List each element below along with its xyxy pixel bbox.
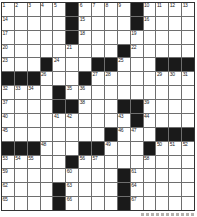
black-cell-r6c7 [79, 72, 91, 85]
cell-r3c14[interactable] [169, 31, 181, 44]
cell-r14c4[interactable] [41, 183, 53, 196]
cell-r3c12[interactable] [144, 31, 156, 44]
cell-r9c8[interactable] [92, 114, 104, 127]
cell-r2c10[interactable] [118, 17, 130, 30]
cell-r7c6[interactable]: 35 [66, 86, 78, 99]
clue-number-33: 33 [15, 86, 20, 91]
clue-number-60: 60 [67, 169, 72, 174]
cell-r7c12[interactable] [144, 86, 156, 99]
black-cell-r5c4 [41, 58, 53, 71]
cell-r15c13[interactable] [156, 197, 168, 210]
cell-r4c12[interactable] [144, 45, 156, 58]
cell-r13c11[interactable]: 61 [131, 169, 143, 182]
cell-r9c14[interactable] [169, 114, 181, 127]
black-cell-r6c2 [15, 72, 27, 85]
cell-r1c1[interactable]: 1 [2, 3, 14, 16]
clue-number-63: 63 [67, 183, 72, 188]
clue-number-49: 49 [105, 142, 110, 147]
clue-number-10: 10 [144, 3, 149, 8]
cell-r11c6[interactable] [66, 142, 78, 155]
clue-number-24: 24 [54, 58, 59, 63]
cell-r15c11[interactable]: 67 [131, 197, 143, 210]
clue-number-52: 52 [183, 142, 188, 147]
cell-r11c13[interactable]: 50 [156, 142, 168, 155]
black-cell-r14c10 [118, 183, 130, 196]
cell-r12c11[interactable] [131, 156, 143, 169]
cell-r3c15[interactable] [182, 31, 194, 44]
black-cell-r1c6 [66, 3, 78, 16]
cell-r7c2[interactable]: 33 [15, 86, 27, 99]
cell-r6c13[interactable]: 29 [156, 72, 168, 85]
cell-r10c11[interactable]: 47 [131, 128, 143, 141]
black-cell-r12c6 [66, 156, 78, 169]
clue-number-48: 48 [41, 142, 46, 147]
clue-number-50: 50 [157, 142, 162, 147]
cell-r3c9[interactable] [105, 31, 117, 44]
black-cell-r5c8 [92, 58, 104, 71]
cell-r12c12[interactable]: 58 [144, 156, 156, 169]
cell-r9c9[interactable] [105, 114, 117, 127]
black-cell-r8c11 [131, 100, 143, 113]
cell-r1c4[interactable]: 4 [41, 3, 53, 16]
cell-r14c13[interactable] [156, 183, 168, 196]
cell-r12c10[interactable] [118, 156, 130, 169]
cell-r15c9[interactable] [105, 197, 117, 210]
cell-r8c4[interactable] [41, 100, 53, 113]
cell-r14c12[interactable] [144, 183, 156, 196]
cell-r1c12[interactable]: 10 [144, 3, 156, 16]
black-cell-r15c5 [53, 197, 65, 210]
cell-r3c2[interactable] [15, 31, 27, 44]
cell-r12c8[interactable]: 57 [92, 156, 104, 169]
cell-r2c7[interactable]: 15 [79, 17, 91, 30]
cell-r2c15[interactable] [182, 17, 194, 30]
clue-number-64: 64 [131, 183, 136, 188]
cell-r7c11[interactable] [131, 86, 143, 99]
clue-number-14: 14 [3, 17, 8, 22]
clue-number-57: 57 [93, 156, 98, 161]
cell-r13c12[interactable] [144, 169, 156, 182]
cell-r14c7[interactable] [79, 183, 91, 196]
cell-r1c9[interactable]: 8 [105, 3, 117, 16]
clue-number-27: 27 [93, 72, 98, 77]
cell-r11c14[interactable]: 51 [169, 142, 181, 155]
cell-r15c8[interactable] [92, 197, 104, 210]
cell-r15c7[interactable] [79, 197, 91, 210]
cell-r15c6[interactable]: 66 [66, 197, 78, 210]
clue-number-37: 37 [3, 100, 8, 105]
cell-r7c8[interactable] [92, 86, 104, 99]
cell-r5c6[interactable] [66, 58, 78, 71]
cell-r1c14[interactable]: 12 [169, 3, 181, 16]
clue-number-5: 5 [54, 3, 56, 8]
cell-r4c8[interactable] [92, 45, 104, 58]
cell-r13c13[interactable] [156, 169, 168, 182]
black-cell-r2c6 [66, 17, 78, 30]
cell-r5c10[interactable]: 25 [118, 58, 130, 71]
clue-number-6: 6 [80, 3, 82, 8]
cell-r5c7[interactable] [79, 58, 91, 71]
clue-number-18: 18 [80, 31, 85, 36]
cell-r4c9[interactable] [105, 45, 117, 58]
cell-r7c1[interactable]: 32 [2, 86, 14, 99]
cell-r10c12[interactable] [144, 128, 156, 141]
clue-number-65: 65 [3, 197, 8, 202]
clue-number-22: 22 [131, 45, 136, 50]
cell-r15c3[interactable] [28, 197, 40, 210]
clue-number-3: 3 [28, 3, 30, 8]
black-cell-r10c13 [156, 128, 168, 141]
cell-r6c9[interactable]: 28 [105, 72, 117, 85]
cell-r8c2[interactable] [15, 100, 27, 113]
cell-r15c14[interactable] [169, 197, 181, 210]
black-cell-r5c9 [105, 58, 117, 71]
black-cell-r11c12 [144, 142, 156, 155]
cell-r6c6[interactable] [66, 72, 78, 85]
clue-number-19: 19 [131, 31, 136, 36]
cell-r12c7[interactable]: 56 [79, 156, 91, 169]
black-cell-r4c10 [118, 45, 130, 58]
clue-number-8: 8 [105, 3, 107, 8]
cell-r1c15[interactable]: 13 [182, 3, 194, 16]
cell-r7c9[interactable] [105, 86, 117, 99]
cell-r8c3[interactable] [28, 100, 40, 113]
cell-r9c4[interactable] [41, 114, 53, 127]
clue-number-13: 13 [183, 3, 188, 8]
cell-r11c5[interactable] [53, 142, 65, 155]
clue-number-9: 9 [118, 3, 120, 8]
cell-r4c13[interactable] [156, 45, 168, 58]
clue-number-17: 17 [3, 31, 8, 36]
cell-r13c2[interactable] [15, 169, 27, 182]
cell-r8c7[interactable]: 38 [79, 100, 91, 113]
cell-r14c1[interactable]: 62 [2, 183, 14, 196]
black-cell-r5c13 [156, 58, 168, 71]
black-cell-r10c15 [182, 128, 194, 141]
black-cell-r7c5 [53, 86, 65, 99]
black-cell-r8c6 [66, 100, 78, 113]
black-cell-r1c11 [131, 3, 143, 16]
cell-r12c9[interactable] [105, 156, 117, 169]
cell-r15c1[interactable]: 65 [2, 197, 14, 210]
cell-r1c13[interactable]: 11 [156, 3, 168, 16]
clue-number-12: 12 [170, 3, 175, 8]
black-cell-r2c11 [131, 17, 143, 30]
cell-r8c14[interactable] [169, 100, 181, 113]
cell-r14c11[interactable]: 64 [131, 183, 143, 196]
cell-r9c2[interactable] [15, 114, 27, 127]
clue-number-54: 54 [15, 156, 20, 161]
cell-r14c14[interactable] [169, 183, 181, 196]
cell-r4c4[interactable] [41, 45, 53, 58]
cell-r3c5[interactable] [53, 31, 65, 44]
cell-r14c2[interactable] [15, 183, 27, 196]
cell-r15c15[interactable] [182, 197, 194, 210]
black-cell-r10c14 [169, 128, 181, 141]
clue-number-15: 15 [80, 17, 85, 22]
cell-r6c8[interactable]: 27 [92, 72, 104, 85]
cell-r6c10[interactable] [118, 72, 130, 85]
cell-r2c2[interactable] [15, 17, 27, 30]
clue-number-16: 16 [144, 17, 149, 22]
cell-r13c1[interactable]: 59 [2, 169, 14, 182]
cell-r15c12[interactable] [144, 197, 156, 210]
cell-r11c9[interactable]: 49 [105, 142, 117, 155]
clue-number-35: 35 [67, 86, 72, 91]
cell-r10c7[interactable] [79, 128, 91, 141]
cell-r9c15[interactable] [182, 114, 194, 127]
clue-number-20: 20 [3, 45, 8, 50]
cell-r15c4[interactable] [41, 197, 53, 210]
black-cell-r8c5 [53, 100, 65, 113]
clue-number-42: 42 [67, 114, 72, 119]
cell-r8c13[interactable] [156, 100, 168, 113]
cell-r12c2[interactable]: 54 [15, 156, 27, 169]
clue-number-38: 38 [80, 100, 85, 105]
cell-r10c4[interactable] [41, 128, 53, 141]
cell-r6c12[interactable] [144, 72, 156, 85]
clue-number-1: 1 [3, 3, 5, 8]
clue-number-28: 28 [105, 72, 110, 77]
cell-r2c14[interactable] [169, 17, 181, 30]
clue-number-21: 21 [67, 45, 72, 50]
clue-number-40: 40 [3, 114, 8, 119]
cell-r7c14[interactable] [169, 86, 181, 99]
clue-number-51: 51 [170, 142, 175, 147]
black-cell-r3c6 [66, 31, 78, 44]
cell-r5c1[interactable]: 23 [2, 58, 14, 71]
cell-r11c10[interactable] [118, 142, 130, 155]
cell-r5c5[interactable]: 24 [53, 58, 65, 71]
black-cell-r10c9 [105, 128, 117, 141]
clue-number-59: 59 [3, 169, 8, 174]
black-cell-r6c3 [28, 72, 40, 85]
cell-r14c9[interactable] [105, 183, 117, 196]
clue-number-39: 39 [144, 100, 149, 105]
cell-r8c9[interactable] [105, 100, 117, 113]
cell-r4c3[interactable] [28, 45, 40, 58]
clue-number-36: 36 [80, 86, 85, 91]
cell-r5c11[interactable] [131, 58, 143, 71]
cell-r13c15[interactable] [182, 169, 194, 182]
cell-r12c5[interactable] [53, 156, 65, 169]
cell-r7c15[interactable] [182, 86, 194, 99]
cell-r1c8[interactable]: 7 [92, 3, 104, 16]
clue-number-32: 32 [3, 86, 8, 91]
clue-number-34: 34 [28, 86, 33, 91]
cell-r14c8[interactable] [92, 183, 104, 196]
cell-r3c8[interactable] [92, 31, 104, 44]
cell-r13c5[interactable] [53, 169, 65, 182]
black-cell-r5c14 [169, 58, 181, 71]
cell-r12c15[interactable] [182, 156, 194, 169]
cell-r9c7[interactable] [79, 114, 91, 127]
cell-r9c6[interactable]: 42 [66, 114, 78, 127]
cell-r3c13[interactable] [156, 31, 168, 44]
clue-number-7: 7 [93, 3, 95, 8]
clue-number-4: 4 [41, 3, 43, 8]
cell-r1c7[interactable]: 6 [79, 3, 91, 16]
clue-number-26: 26 [41, 72, 46, 77]
cell-r10c8[interactable] [92, 128, 104, 141]
cell-r9c1[interactable]: 40 [2, 114, 14, 127]
black-cell-r11c3 [28, 142, 40, 155]
cell-r11c15[interactable]: 52 [182, 142, 194, 155]
cell-r2c9[interactable] [105, 17, 117, 30]
cell-r10c6[interactable] [66, 128, 78, 141]
cell-r10c5[interactable] [53, 128, 65, 141]
cell-r10c2[interactable] [15, 128, 27, 141]
cell-r9c12[interactable]: 44 [144, 114, 156, 127]
cell-r9c10[interactable]: 43 [118, 114, 130, 127]
cell-r12c4[interactable] [41, 156, 53, 169]
clue-number-44: 44 [144, 114, 149, 119]
cell-r4c5[interactable] [53, 45, 65, 58]
cell-r6c5[interactable] [53, 72, 65, 85]
cell-r3c1[interactable]: 17 [2, 31, 14, 44]
cell-r2c12[interactable]: 16 [144, 17, 156, 30]
clue-number-67: 67 [131, 197, 136, 202]
black-cell-r11c2 [15, 142, 27, 155]
cell-r13c9[interactable] [105, 169, 117, 182]
clue-number-55: 55 [28, 156, 33, 161]
cell-r10c10[interactable]: 46 [118, 128, 130, 141]
cell-r6c15[interactable]: 31 [182, 72, 194, 85]
clue-number-53: 53 [3, 156, 8, 161]
cell-r6c14[interactable]: 30 [169, 72, 181, 85]
clue-number-29: 29 [157, 72, 162, 77]
clue-number-25: 25 [118, 58, 123, 63]
cell-r6c11[interactable] [131, 72, 143, 85]
cell-r13c6[interactable]: 60 [66, 169, 78, 182]
black-cell-r8c10 [118, 100, 130, 113]
black-cell-r5c15 [182, 58, 194, 71]
cell-r7c4[interactable] [41, 86, 53, 99]
black-cell-r6c1 [2, 72, 14, 85]
cell-r5c3[interactable] [28, 58, 40, 71]
cell-r2c1[interactable]: 14 [2, 17, 14, 30]
cell-r8c1[interactable]: 37 [2, 100, 14, 113]
clue-number-23: 23 [3, 58, 8, 63]
crossword-grid: 1234567891011121314151617181920212223242… [1, 2, 195, 211]
cell-r3c7[interactable]: 18 [79, 31, 91, 44]
clue-number-56: 56 [80, 156, 85, 161]
cell-r13c4[interactable] [41, 169, 53, 182]
clue-number-47: 47 [131, 128, 136, 133]
clue-number-46: 46 [118, 128, 123, 133]
cell-r3c10[interactable] [118, 31, 130, 44]
clue-number-11: 11 [157, 3, 162, 8]
cell-r1c5[interactable]: 5 [53, 3, 65, 16]
cell-r13c14[interactable] [169, 169, 181, 182]
clue-number-30: 30 [170, 72, 175, 77]
black-cell-r9c11 [131, 114, 143, 127]
cell-r8c15[interactable] [182, 100, 194, 113]
cell-r7c13[interactable] [156, 86, 168, 99]
watermark-text [141, 213, 196, 216]
clue-number-62: 62 [3, 183, 8, 188]
black-cell-r11c7 [79, 142, 91, 155]
cell-r10c3[interactable] [28, 128, 40, 141]
cell-r15c2[interactable] [15, 197, 27, 210]
cell-r4c2[interactable] [15, 45, 27, 58]
cell-r3c11[interactable]: 19 [131, 31, 143, 44]
cell-r2c3[interactable] [28, 17, 40, 30]
cell-r8c8[interactable] [92, 100, 104, 113]
cell-r13c7[interactable] [79, 169, 91, 182]
cell-r14c6[interactable]: 63 [66, 183, 78, 196]
black-cell-r15c10 [118, 197, 130, 210]
cell-r3c4[interactable] [41, 31, 53, 44]
cell-r2c4[interactable] [41, 17, 53, 30]
cell-r1c2[interactable]: 2 [15, 3, 27, 16]
clue-number-2: 2 [15, 3, 17, 8]
clue-number-43: 43 [118, 114, 123, 119]
cell-r9c3[interactable] [28, 114, 40, 127]
cell-r2c5[interactable] [53, 17, 65, 30]
cell-r14c15[interactable] [182, 183, 194, 196]
cell-r2c8[interactable] [92, 17, 104, 30]
clue-number-58: 58 [144, 156, 149, 161]
cell-r1c10[interactable]: 9 [118, 3, 130, 16]
cell-r4c15[interactable] [182, 45, 194, 58]
cell-r4c6[interactable]: 21 [66, 45, 78, 58]
cell-r2c13[interactable] [156, 17, 168, 30]
cell-r11c11[interactable] [131, 142, 143, 155]
black-cell-r11c1 [2, 142, 14, 155]
black-cell-r13c10 [118, 169, 130, 182]
cell-r7c10[interactable] [118, 86, 130, 99]
cell-r8c12[interactable]: 39 [144, 100, 156, 113]
cell-r7c7[interactable]: 36 [79, 86, 91, 99]
cell-r3c3[interactable] [28, 31, 40, 44]
cell-r5c12[interactable] [144, 58, 156, 71]
cell-r10c1[interactable]: 45 [2, 128, 14, 141]
cell-r12c1[interactable]: 53 [2, 156, 14, 169]
clue-number-41: 41 [54, 114, 59, 119]
cell-r6c4[interactable]: 26 [41, 72, 53, 85]
cell-r7c3[interactable]: 34 [28, 86, 40, 99]
cell-r1c3[interactable]: 3 [28, 3, 40, 16]
cell-r14c3[interactable] [28, 183, 40, 196]
black-cell-r11c8 [92, 142, 104, 155]
cell-r4c7[interactable] [79, 45, 91, 58]
cell-r5c2[interactable] [15, 58, 27, 71]
cell-r4c11[interactable]: 22 [131, 45, 143, 58]
cell-r9c13[interactable] [156, 114, 168, 127]
cell-r12c13[interactable] [156, 156, 168, 169]
cell-r13c3[interactable] [28, 169, 40, 182]
cell-r4c14[interactable] [169, 45, 181, 58]
cell-r9c5[interactable]: 41 [53, 114, 65, 127]
cell-r12c14[interactable] [169, 156, 181, 169]
cell-r13c8[interactable] [92, 169, 104, 182]
cell-r4c1[interactable]: 20 [2, 45, 14, 58]
cell-r11c4[interactable]: 48 [41, 142, 53, 155]
clue-number-66: 66 [67, 197, 72, 202]
clue-number-61: 61 [131, 169, 136, 174]
clue-number-31: 31 [183, 72, 188, 77]
black-cell-r14c5 [53, 183, 65, 196]
clue-number-45: 45 [3, 128, 8, 133]
cell-r12c3[interactable]: 55 [28, 156, 40, 169]
